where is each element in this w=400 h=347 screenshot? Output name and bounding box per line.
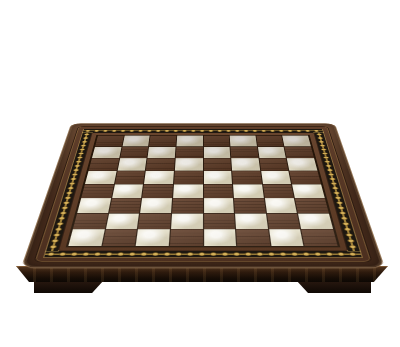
square-c1 bbox=[136, 230, 170, 247]
square-a1 bbox=[68, 230, 104, 247]
square-d8 bbox=[176, 136, 202, 147]
square-e6 bbox=[203, 158, 231, 170]
square-h5 bbox=[290, 171, 321, 184]
square-e1 bbox=[204, 230, 237, 247]
square-g3 bbox=[265, 198, 297, 213]
square-e7 bbox=[203, 147, 230, 158]
square-f7 bbox=[231, 147, 259, 158]
square-b8 bbox=[122, 136, 150, 147]
square-a8 bbox=[95, 136, 123, 147]
square-d6 bbox=[175, 158, 203, 170]
square-e2 bbox=[204, 213, 236, 229]
mosaic-border-bottom bbox=[44, 251, 361, 257]
square-f8 bbox=[230, 136, 257, 147]
square-b5 bbox=[115, 171, 145, 184]
square-c5 bbox=[144, 171, 173, 184]
square-a3 bbox=[77, 198, 110, 213]
square-d1 bbox=[170, 230, 203, 247]
square-b6 bbox=[117, 158, 146, 170]
square-e5 bbox=[203, 171, 232, 184]
square-g1 bbox=[269, 230, 304, 247]
square-g8 bbox=[256, 136, 284, 147]
square-d3 bbox=[172, 198, 203, 213]
square-h1 bbox=[302, 230, 338, 247]
square-a4 bbox=[81, 184, 113, 198]
square-f4 bbox=[233, 184, 263, 198]
board-perspective-wrapper bbox=[0, 0, 400, 347]
square-c3 bbox=[140, 198, 172, 213]
square-g4 bbox=[263, 184, 294, 198]
square-b1 bbox=[102, 230, 137, 247]
square-b7 bbox=[120, 147, 148, 158]
playing-field bbox=[66, 135, 341, 248]
square-d4 bbox=[173, 184, 203, 198]
square-d2 bbox=[171, 213, 203, 229]
chessboard-product-photo bbox=[0, 0, 400, 347]
square-e8 bbox=[203, 136, 229, 147]
square-h4 bbox=[292, 184, 324, 198]
square-h7 bbox=[285, 147, 314, 158]
chess-board bbox=[21, 123, 386, 268]
square-b2 bbox=[106, 213, 140, 229]
square-g6 bbox=[259, 158, 288, 170]
square-e3 bbox=[204, 198, 235, 213]
square-d5 bbox=[174, 171, 203, 184]
square-a2 bbox=[73, 213, 108, 229]
square-g2 bbox=[267, 213, 301, 229]
square-h8 bbox=[283, 136, 311, 147]
square-g7 bbox=[258, 147, 286, 158]
square-h2 bbox=[298, 213, 333, 229]
square-e4 bbox=[204, 184, 234, 198]
square-a6 bbox=[89, 158, 119, 170]
square-b4 bbox=[112, 184, 143, 198]
square-c6 bbox=[146, 158, 175, 170]
square-d7 bbox=[176, 147, 203, 158]
square-b3 bbox=[109, 198, 141, 213]
square-c8 bbox=[149, 136, 176, 147]
square-h3 bbox=[295, 198, 328, 213]
square-f2 bbox=[235, 213, 268, 229]
square-a5 bbox=[85, 171, 116, 184]
square-f6 bbox=[231, 158, 260, 170]
square-g5 bbox=[261, 171, 291, 184]
square-c2 bbox=[138, 213, 171, 229]
square-h6 bbox=[287, 158, 317, 170]
square-f3 bbox=[234, 198, 266, 213]
square-f1 bbox=[236, 230, 270, 247]
square-a7 bbox=[92, 147, 121, 158]
square-c7 bbox=[148, 147, 176, 158]
square-c4 bbox=[142, 184, 172, 198]
square-f5 bbox=[232, 171, 261, 184]
